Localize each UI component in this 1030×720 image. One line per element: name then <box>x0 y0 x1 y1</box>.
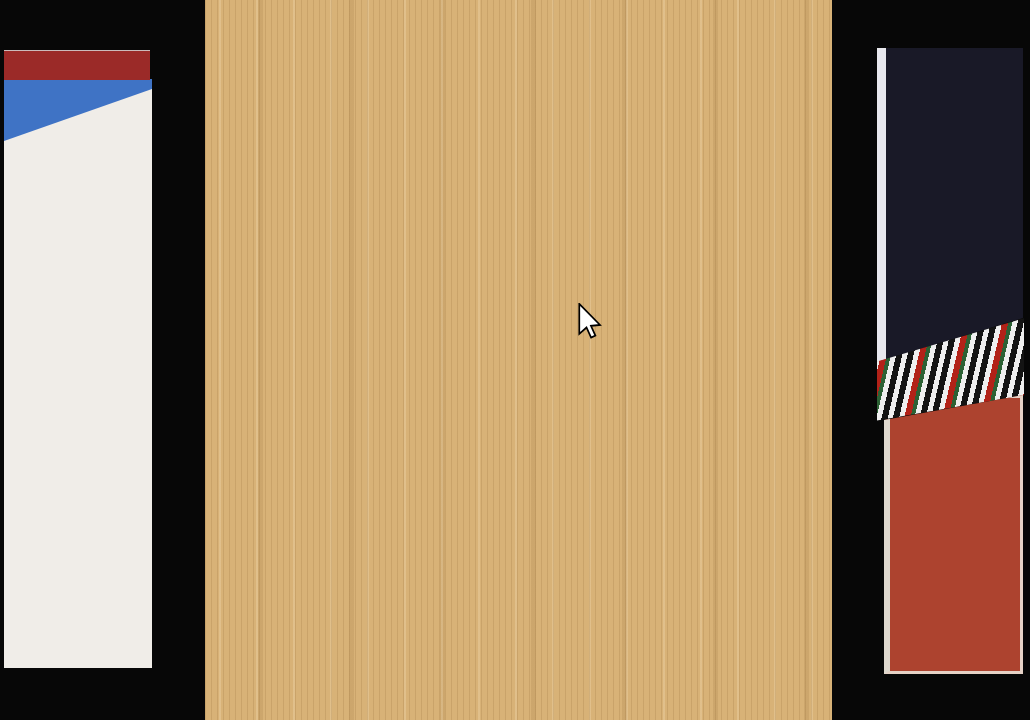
year-banner <box>4 50 150 80</box>
xiangqi-board <box>205 0 832 720</box>
left-slogan-text <box>4 100 152 658</box>
right-top-panel <box>877 48 1023 362</box>
right-bottom-panel <box>884 395 1023 674</box>
mouse-cursor-icon <box>578 303 602 339</box>
piece-grid <box>206 23 823 697</box>
